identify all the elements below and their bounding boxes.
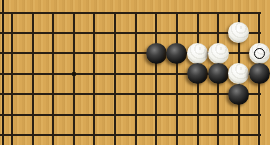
- star-point: [72, 72, 76, 76]
- black-stone: [249, 63, 270, 84]
- white-stone: [208, 43, 229, 64]
- black-stone: [187, 63, 208, 84]
- grid-vline: [32, 12, 34, 145]
- grid-vline: [155, 12, 157, 145]
- grid-vline: [73, 12, 75, 145]
- grid-vline: [11, 12, 13, 145]
- grid-hline: [0, 114, 261, 116]
- white-stone: [187, 43, 208, 64]
- grid-vline: [114, 12, 116, 145]
- grid-hline: [0, 134, 261, 136]
- grid-vline: [52, 12, 54, 145]
- grid-vline: [135, 12, 137, 145]
- black-stone: [208, 63, 229, 84]
- black-stone: [146, 43, 167, 64]
- white-stone: [228, 63, 249, 84]
- black-stone: [166, 43, 187, 64]
- grid-hline: [0, 32, 261, 34]
- grid-vline: [93, 12, 95, 145]
- grid-vline: [176, 12, 178, 145]
- grid-hline: [0, 93, 261, 95]
- white-stone-marked: [249, 43, 270, 64]
- grid-hline: [0, 12, 261, 14]
- black-stone: [228, 84, 249, 105]
- screenshot: [0, 0, 270, 145]
- circle-marker-icon: [254, 48, 265, 59]
- white-stone: [228, 22, 249, 43]
- go-board[interactable]: [0, 0, 270, 145]
